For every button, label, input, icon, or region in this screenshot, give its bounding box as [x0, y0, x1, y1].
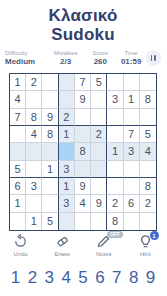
cell-r2c2[interactable]: [26, 91, 42, 108]
cell-r3c2[interactable]: 8: [26, 109, 42, 126]
cell-r2c6[interactable]: [91, 91, 107, 108]
score-value: 260: [84, 57, 117, 66]
cell-r7c2[interactable]: 3: [26, 178, 42, 195]
cell-r8c9[interactable]: 2: [140, 195, 156, 212]
cell-r3c6[interactable]: [91, 109, 107, 126]
cell-r9c6[interactable]: [91, 213, 107, 230]
cell-r5c2[interactable]: [26, 143, 42, 160]
cell-r4c8[interactable]: 7: [124, 126, 140, 143]
stats-bar: Difficulty Medium Mistakes 2/3 Score 260…: [0, 50, 166, 72]
notes-off-badge: OFF: [107, 231, 123, 238]
pause-button[interactable]: [146, 50, 161, 66]
cell-r5c9[interactable]: 4: [140, 143, 156, 160]
cell-r2c7[interactable]: 3: [107, 91, 123, 108]
cell-r9c3[interactable]: 5: [42, 213, 58, 230]
cell-r6c6[interactable]: [91, 161, 107, 178]
cell-r4c4[interactable]: 1: [59, 126, 75, 143]
erase-button[interactable]: Erase: [42, 234, 84, 264]
cell-r3c5[interactable]: [75, 109, 91, 126]
mistakes-label: Mistakes: [47, 50, 84, 56]
numpad-8[interactable]: 8: [126, 268, 141, 288]
cell-r9c2[interactable]: 1: [26, 213, 42, 230]
cell-r4c7[interactable]: [107, 126, 123, 143]
stat-difficulty: Difficulty Medium: [5, 50, 47, 66]
cell-r2c5[interactable]: 9: [75, 91, 91, 108]
cell-r5c1[interactable]: [10, 143, 26, 160]
cell-r6c8[interactable]: [124, 161, 140, 178]
cell-r9c4[interactable]: [59, 213, 75, 230]
undo-button[interactable]: Undo: [0, 234, 42, 264]
notes-label: Notes: [96, 251, 112, 257]
pause-icon: [151, 55, 153, 61]
hint-label: Hint: [140, 251, 151, 257]
numpad-2[interactable]: 2: [25, 268, 40, 288]
cell-r5c5[interactable]: 8: [75, 143, 91, 160]
cell-r8c8[interactable]: 6: [124, 195, 140, 212]
cell-r2c9[interactable]: 8: [140, 91, 156, 108]
cell-r5c6[interactable]: [91, 143, 107, 160]
cell-r5c3[interactable]: [42, 143, 58, 160]
cell-r1c6[interactable]: 5: [91, 74, 107, 91]
cell-r1c5[interactable]: 7: [75, 74, 91, 91]
hint-count-badge: 1: [150, 231, 159, 240]
cell-r4c6[interactable]: 2: [91, 126, 107, 143]
time-value: 01:59: [117, 57, 146, 66]
cell-r7c1[interactable]: 6: [10, 178, 26, 195]
cell-r7c6[interactable]: [91, 178, 107, 195]
cell-r8c6[interactable]: 9: [91, 195, 107, 212]
cell-r6c2[interactable]: [26, 161, 42, 178]
cell-r4c1[interactable]: [10, 126, 26, 143]
cell-r1c4[interactable]: [59, 74, 75, 91]
time-label: Time: [117, 50, 146, 56]
cell-r9c5[interactable]: [75, 213, 91, 230]
cell-r3c4[interactable]: 2: [59, 109, 75, 126]
cell-r3c7[interactable]: [107, 109, 123, 126]
cell-r5c7[interactable]: 1: [107, 143, 123, 160]
cell-r8c1[interactable]: 1: [10, 195, 26, 212]
cell-r6c1[interactable]: 5: [10, 161, 26, 178]
cell-r1c8[interactable]: [124, 74, 140, 91]
cell-r2c1[interactable]: 4: [10, 91, 26, 108]
cell-r8c2[interactable]: [26, 195, 42, 212]
cell-r7c5[interactable]: 9: [75, 178, 91, 195]
difficulty-value: Medium: [5, 57, 47, 66]
erase-label: Erase: [54, 251, 70, 257]
cell-r1c9[interactable]: [140, 74, 156, 91]
cell-r8c4[interactable]: 3: [59, 195, 75, 212]
cell-r2c8[interactable]: 1: [124, 91, 140, 108]
numpad-7[interactable]: 7: [109, 268, 124, 288]
cell-r8c5[interactable]: 4: [75, 195, 91, 212]
stat-score: Score 260: [84, 50, 117, 66]
cell-r2c3[interactable]: [42, 91, 58, 108]
cell-r6c3[interactable]: 1: [42, 161, 58, 178]
cell-r5c8[interactable]: 3: [124, 143, 140, 160]
cell-r9c7[interactable]: 8: [107, 213, 123, 230]
cell-r8c3[interactable]: [42, 195, 58, 212]
cell-r8c7[interactable]: 2: [107, 195, 123, 212]
numpad-6[interactable]: 6: [92, 268, 107, 288]
hint-button[interactable]: 1 Hint: [125, 234, 167, 264]
cell-r3c8[interactable]: [124, 109, 140, 126]
title-line2: Sudoku: [0, 25, 166, 44]
cell-r4c3[interactable]: 8: [42, 126, 58, 143]
score-label: Score: [84, 50, 117, 56]
sudoku-board: 1275493187892481275813451363198134926215…: [9, 73, 157, 231]
toolbar: Undo Erase OFF Notes 1 Hint: [0, 234, 166, 264]
numpad-4[interactable]: 4: [59, 268, 74, 288]
cell-r1c2[interactable]: 2: [26, 74, 42, 91]
cell-r7c3[interactable]: [42, 178, 58, 195]
cell-r3c9[interactable]: [140, 109, 156, 126]
number-pad: 123456789: [0, 264, 166, 292]
notes-button[interactable]: OFF Notes: [83, 234, 125, 264]
numpad-3[interactable]: 3: [42, 268, 57, 288]
numpad-9[interactable]: 9: [143, 268, 158, 288]
cell-r6c9[interactable]: [140, 161, 156, 178]
cell-r7c7[interactable]: [107, 178, 123, 195]
cell-r7c9[interactable]: 8: [140, 178, 156, 195]
cell-r6c4[interactable]: 3: [59, 161, 75, 178]
page-title: Κλασικό Sudoku: [0, 6, 166, 44]
undo-label: Undo: [14, 251, 28, 257]
cell-r9c1[interactable]: [10, 213, 26, 230]
cell-r6c5[interactable]: [75, 161, 91, 178]
cell-r5c4[interactable]: [59, 143, 75, 160]
cell-r9c9[interactable]: [140, 213, 156, 230]
cell-r4c9[interactable]: 5: [140, 126, 156, 143]
cell-r1c1[interactable]: 1: [10, 74, 26, 91]
cell-r7c8[interactable]: [124, 178, 140, 195]
difficulty-label: Difficulty: [5, 50, 47, 56]
cell-r7c4[interactable]: 1: [59, 178, 75, 195]
cell-r9c8[interactable]: [124, 213, 140, 230]
numpad-5[interactable]: 5: [76, 268, 91, 288]
stat-mistakes: Mistakes 2/3: [47, 50, 84, 66]
undo-icon: [13, 234, 28, 249]
cell-r2c4[interactable]: [59, 91, 75, 108]
cell-r3c1[interactable]: 7: [10, 109, 26, 126]
stat-time: Time 01:59: [117, 50, 146, 66]
cell-r1c3[interactable]: [42, 74, 58, 91]
cell-r3c3[interactable]: 9: [42, 109, 58, 126]
eraser-icon: [55, 234, 70, 249]
numpad-1[interactable]: 1: [8, 268, 23, 288]
title-line1: Κλασικό: [0, 6, 166, 25]
cell-r4c2[interactable]: 4: [26, 126, 42, 143]
cell-r1c7[interactable]: [107, 74, 123, 91]
cell-r6c7[interactable]: [107, 161, 123, 178]
mistakes-value: 2/3: [47, 57, 84, 66]
cell-r4c5[interactable]: [75, 126, 91, 143]
